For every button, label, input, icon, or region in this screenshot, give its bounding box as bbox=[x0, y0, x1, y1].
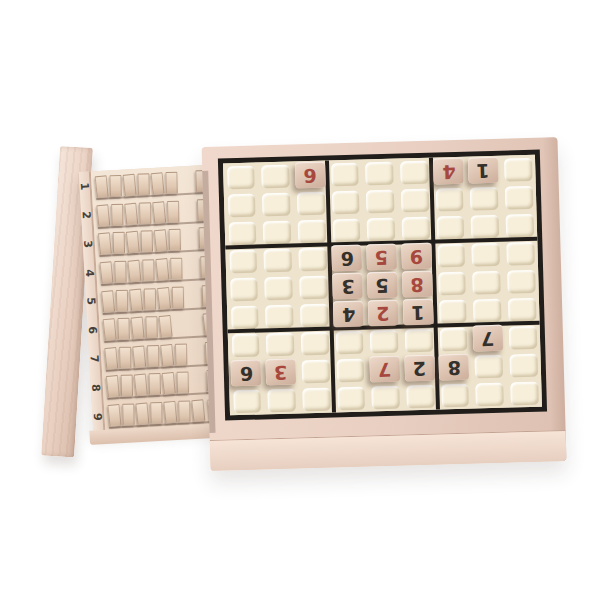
tile-number: 4 bbox=[442, 161, 456, 180]
tile-number: 1 bbox=[411, 302, 425, 321]
drawer-tile[interactable] bbox=[116, 289, 128, 311]
number-tile[interactable]: 4 bbox=[333, 301, 363, 327]
drawer-shelf-row bbox=[107, 369, 220, 400]
number-tile[interactable]: 1 bbox=[468, 157, 499, 183]
drawer-shelf-row bbox=[103, 312, 216, 343]
drawer-tile[interactable] bbox=[146, 316, 158, 338]
number-tile[interactable]: 6 bbox=[231, 360, 261, 386]
drawer-tile[interactable] bbox=[139, 202, 151, 224]
drawer-shelf-row bbox=[97, 197, 210, 228]
drawer-tile[interactable] bbox=[105, 347, 119, 370]
shelf-gap bbox=[187, 307, 201, 308]
tile-number: 2 bbox=[376, 303, 390, 322]
drawer-tile[interactable] bbox=[157, 286, 171, 309]
sudoku-grid-frame: 641659358421763728 bbox=[218, 150, 547, 421]
shelf-gap bbox=[175, 336, 203, 338]
drawer-tile[interactable] bbox=[113, 232, 125, 254]
drawer-tile[interactable] bbox=[121, 375, 133, 397]
rail-number-label: 7 bbox=[89, 355, 100, 363]
box-side-face bbox=[542, 137, 566, 461]
drawer-tile[interactable] bbox=[100, 261, 114, 284]
drawer-tile[interactable] bbox=[192, 399, 206, 422]
tile-number: 6 bbox=[303, 165, 317, 184]
tile-number: 8 bbox=[410, 274, 424, 293]
drawer-tile[interactable] bbox=[172, 286, 184, 308]
shelf-gap bbox=[182, 221, 196, 222]
number-tile[interactable]: 8 bbox=[439, 354, 469, 380]
tile-number: 1 bbox=[476, 160, 490, 179]
number-tile[interactable]: 5 bbox=[366, 244, 397, 270]
tile-number: 9 bbox=[409, 246, 423, 265]
shelf-gap bbox=[190, 364, 204, 365]
tile-number: 7 bbox=[481, 328, 495, 347]
rail-number-label: 6 bbox=[87, 326, 98, 334]
number-tile[interactable]: 7 bbox=[370, 356, 401, 382]
drawer-tile[interactable] bbox=[171, 257, 183, 279]
rail-number-label: 9 bbox=[92, 413, 103, 421]
drawer-tile[interactable] bbox=[101, 290, 115, 313]
number-tile[interactable]: 5 bbox=[367, 272, 398, 298]
drawer-tile[interactable] bbox=[167, 200, 179, 222]
tile-number: 6 bbox=[239, 363, 253, 382]
drawer-tile[interactable] bbox=[164, 401, 178, 424]
number-tile[interactable]: 2 bbox=[404, 355, 435, 381]
drawer-tile[interactable] bbox=[131, 317, 145, 340]
drawer-tile[interactable] bbox=[169, 229, 181, 251]
drawer-shelf-row bbox=[102, 283, 215, 314]
drawer-tile[interactable] bbox=[110, 175, 122, 197]
drawer-tile[interactable] bbox=[141, 230, 153, 252]
drawer-tile[interactable] bbox=[156, 258, 170, 281]
rail-number-label: 5 bbox=[86, 297, 97, 305]
tile-number: 6 bbox=[340, 248, 354, 267]
rail-number-label: 8 bbox=[90, 384, 101, 392]
drawer-tile[interactable] bbox=[133, 345, 147, 368]
drawer-shelf-row bbox=[95, 169, 208, 200]
number-tile[interactable]: 6 bbox=[295, 162, 326, 188]
tile-number: 8 bbox=[447, 357, 461, 376]
drawer-tile[interactable] bbox=[106, 375, 120, 398]
shelf-gap bbox=[184, 250, 198, 251]
number-tile[interactable]: 1 bbox=[403, 299, 434, 325]
tile-number: 4 bbox=[342, 304, 356, 323]
drawer-tile[interactable] bbox=[154, 229, 168, 252]
shelf-gap bbox=[192, 393, 206, 394]
drawer-tile[interactable] bbox=[159, 315, 173, 338]
drawer-tile[interactable] bbox=[177, 372, 189, 394]
drawer-shelf-row bbox=[100, 255, 213, 286]
number-tile[interactable]: 9 bbox=[401, 243, 432, 269]
drawer-tile[interactable] bbox=[98, 232, 112, 255]
drawer-tile[interactable] bbox=[126, 231, 140, 254]
drawer-tile[interactable] bbox=[143, 259, 155, 281]
tile-number: 2 bbox=[413, 358, 427, 377]
number-tile[interactable]: 2 bbox=[368, 300, 399, 326]
drawer-tile[interactable] bbox=[128, 259, 142, 282]
sudoku-grid: 641659358421763728 bbox=[223, 155, 542, 416]
drawer-tile[interactable] bbox=[108, 404, 122, 427]
shelf-gap bbox=[181, 193, 195, 194]
drawer-tile[interactable] bbox=[162, 372, 176, 395]
drawer-tile[interactable] bbox=[144, 288, 156, 310]
drawer-tile[interactable] bbox=[129, 288, 143, 311]
drawer-tile[interactable] bbox=[125, 202, 139, 225]
drawer-tile[interactable] bbox=[136, 402, 150, 425]
rail-number-label: 1 bbox=[79, 182, 90, 190]
drawer-tile[interactable] bbox=[147, 345, 159, 367]
tile-number: 5 bbox=[375, 247, 389, 266]
drawer-tile[interactable] bbox=[138, 173, 150, 195]
product-photo: 123456789 641659358421763728 bbox=[0, 0, 600, 594]
number-tile[interactable]: 3 bbox=[333, 273, 363, 299]
rail-number-label: 4 bbox=[84, 269, 95, 277]
drawer-tile[interactable] bbox=[153, 201, 167, 224]
drawer-tile[interactable] bbox=[151, 402, 163, 424]
number-tile[interactable]: 3 bbox=[266, 359, 297, 385]
tile-number: 3 bbox=[341, 276, 355, 295]
rail-number-label: 2 bbox=[81, 211, 92, 219]
drawer-tile[interactable] bbox=[103, 318, 117, 341]
number-tile[interactable]: 8 bbox=[402, 271, 433, 297]
tile-number: 7 bbox=[378, 359, 392, 378]
drawer-shelf-row bbox=[108, 398, 221, 429]
number-tile[interactable]: 6 bbox=[332, 245, 362, 271]
drawer-shelf-row bbox=[99, 226, 212, 257]
rail-number-label: 3 bbox=[82, 240, 93, 248]
drawer-tile[interactable] bbox=[111, 203, 123, 225]
shelf-gap bbox=[185, 278, 199, 279]
number-tile[interactable]: 7 bbox=[473, 325, 504, 351]
drawer-tile[interactable] bbox=[149, 373, 161, 395]
tile-number: 3 bbox=[274, 362, 288, 381]
drawer-tile[interactable] bbox=[95, 175, 109, 198]
drawer-tile[interactable] bbox=[134, 374, 148, 397]
drawer-tile[interactable] bbox=[160, 344, 174, 367]
number-tile[interactable]: 4 bbox=[433, 158, 463, 184]
tiles-layer: 641659358421763728 bbox=[223, 155, 542, 416]
drawer-tile[interactable] bbox=[119, 346, 131, 368]
box-front-face bbox=[210, 430, 567, 471]
drawer-tile[interactable] bbox=[115, 261, 127, 283]
drawer-tile[interactable] bbox=[123, 174, 137, 197]
drawer-tile[interactable] bbox=[166, 172, 178, 194]
drawer-shelf-row bbox=[105, 340, 218, 371]
drawer-tile[interactable] bbox=[175, 343, 187, 365]
drawer-tile[interactable] bbox=[123, 404, 135, 426]
drawer-tile[interactable] bbox=[97, 204, 111, 227]
drawer-tile[interactable] bbox=[118, 318, 130, 340]
drawer-tile[interactable] bbox=[178, 400, 190, 422]
tile-number: 5 bbox=[376, 275, 390, 294]
drawer-tile[interactable] bbox=[151, 172, 165, 195]
sudoku-board-box: 641659358421763728 bbox=[202, 137, 567, 471]
